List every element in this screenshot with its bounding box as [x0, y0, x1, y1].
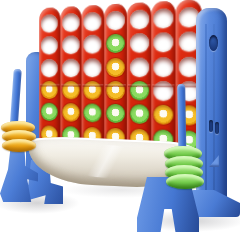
product-photo-giant-connect-four	[0, 0, 240, 237]
empty-hole-c6r4	[153, 81, 173, 101]
frame-oval-hole	[209, 35, 218, 51]
empty-hole-c1r3	[41, 59, 58, 77]
board-column-5[interactable]	[127, 2, 151, 157]
empty-hole-c2r1	[62, 13, 79, 32]
yellow-disc-c3r4	[84, 81, 102, 100]
yellow-disc-c4r3	[106, 58, 125, 77]
board-column-2[interactable]	[60, 6, 82, 153]
green-ring	[166, 174, 204, 189]
empty-hole-c6r3	[153, 57, 173, 77]
frame-slot	[215, 122, 219, 134]
empty-hole-c5r1	[129, 9, 148, 29]
green-disc-c4r5	[106, 104, 125, 123]
yellow-disc-c4r4	[106, 81, 125, 100]
board-column-6[interactable]	[151, 1, 176, 159]
empty-hole-c5r3	[129, 57, 148, 77]
empty-hole-c3r3	[84, 58, 102, 77]
green-disc-c4r2	[106, 34, 125, 53]
empty-hole-c4r1	[106, 11, 125, 31]
board-column-3[interactable]	[82, 5, 104, 155]
frame-slot	[209, 120, 213, 132]
green-disc-c1r5	[41, 103, 58, 121]
frame-groove	[205, 24, 207, 196]
board-column-4[interactable]	[104, 3, 127, 155]
empty-hole-c3r2	[84, 35, 102, 54]
empty-hole-c2r2	[62, 36, 79, 55]
yellow-ring	[2, 139, 36, 152]
empty-hole-c2r3	[62, 58, 79, 77]
empty-hole-c1r1	[41, 14, 58, 33]
empty-hole-c6r2	[153, 33, 173, 53]
green-disc-c5r4	[129, 81, 148, 100]
yellow-disc-c2r5	[62, 103, 79, 122]
empty-hole-c3r1	[84, 12, 102, 31]
yellow-disc-c6r5	[153, 105, 173, 125]
empty-hole-c6r1	[153, 8, 173, 29]
empty-hole-c5r2	[129, 33, 148, 53]
green-disc-c3r5	[84, 104, 102, 123]
yellow-disc-c1r4	[41, 81, 58, 99]
green-disc-c5r5	[129, 105, 148, 125]
yellow-disc-c2r4	[62, 81, 79, 100]
empty-hole-c1r2	[41, 36, 58, 55]
board-column-1[interactable]	[39, 7, 60, 152]
